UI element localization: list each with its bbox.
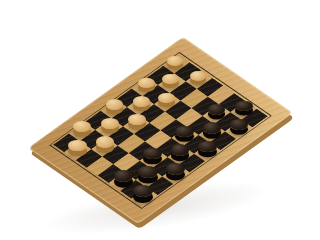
piece-black [114, 170, 133, 182]
piece-light [96, 136, 114, 147]
checkers-product-photo [0, 0, 320, 240]
piece-black [166, 163, 185, 175]
piece-black [208, 104, 226, 115]
piece-light [190, 71, 207, 81]
piece-light [133, 96, 150, 107]
piece-black [235, 101, 252, 112]
piece-black [175, 126, 193, 137]
piece-light [68, 140, 87, 152]
piece-light [167, 56, 183, 66]
piece-light [101, 118, 119, 129]
piece-light [138, 78, 155, 88]
piece-black [171, 144, 190, 156]
piece-light [158, 93, 175, 104]
piece-black [133, 185, 153, 197]
piece-black [198, 141, 217, 153]
piece-black [203, 122, 221, 133]
piece-black [138, 166, 157, 178]
